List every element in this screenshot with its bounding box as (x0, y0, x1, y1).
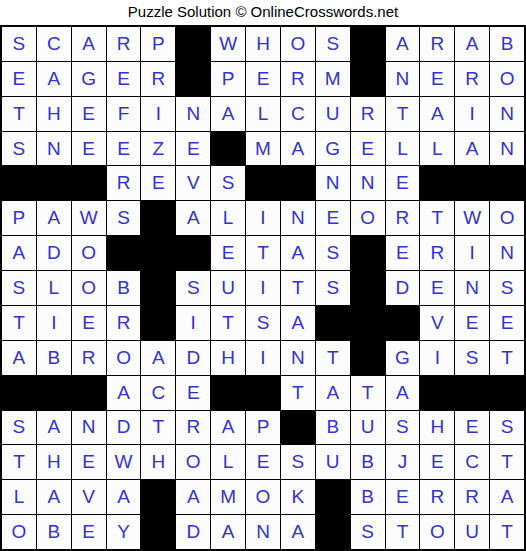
black-cell (37, 166, 71, 200)
letter-cell: V (420, 306, 454, 340)
letter-cell: T (490, 515, 524, 549)
letter-cell: A (281, 132, 315, 166)
letter-cell: H (246, 27, 280, 61)
letter-cell: W (211, 27, 245, 61)
black-cell (37, 376, 71, 410)
letter-cell: E (141, 166, 175, 200)
letter-cell: A (37, 62, 71, 96)
letter-cell: R (351, 97, 385, 131)
letter-cell: O (2, 515, 36, 549)
letter-cell: A (107, 480, 141, 514)
black-cell (351, 341, 385, 375)
black-cell (141, 201, 175, 235)
letter-cell: I (455, 97, 489, 131)
letter-cell: R (141, 62, 175, 96)
letter-cell: O (420, 515, 454, 549)
letter-cell: R (386, 201, 420, 235)
black-cell (316, 306, 350, 340)
letter-cell: N (351, 166, 385, 200)
letter-cell: H (141, 445, 175, 479)
letter-cell: A (281, 236, 315, 270)
letter-cell: L (386, 132, 420, 166)
letter-cell: T (281, 376, 315, 410)
letter-cell: T (386, 515, 420, 549)
letter-cell: E (107, 62, 141, 96)
letter-cell: V (176, 166, 210, 200)
letter-cell: A (420, 97, 454, 131)
letter-cell: V (72, 480, 106, 514)
black-cell (316, 480, 350, 514)
letter-cell: E (351, 132, 385, 166)
letter-cell: E (2, 62, 36, 96)
letter-cell: E (72, 132, 106, 166)
letter-cell: E (420, 445, 454, 479)
letter-cell: T (246, 236, 280, 270)
letter-cell: R (420, 27, 454, 61)
black-cell (420, 166, 454, 200)
letter-cell: O (490, 201, 524, 235)
letter-cell: T (490, 341, 524, 375)
letter-cell: O (72, 271, 106, 305)
letter-cell: U (316, 445, 350, 479)
letter-cell: A (211, 97, 245, 131)
black-cell (176, 62, 210, 96)
letter-cell: D (386, 271, 420, 305)
letter-cell: B (37, 341, 71, 375)
letter-cell: R (107, 306, 141, 340)
black-cell (246, 166, 280, 200)
letter-cell: A (2, 341, 36, 375)
letter-cell: E (455, 411, 489, 445)
black-cell (455, 376, 489, 410)
letter-cell: A (455, 27, 489, 61)
letter-cell: D (37, 236, 71, 270)
letter-cell: I (455, 236, 489, 270)
letter-cell: H (211, 341, 245, 375)
letter-cell: B (316, 411, 350, 445)
letter-cell: B (351, 445, 385, 479)
letter-cell: Z (141, 132, 175, 166)
letter-cell: B (37, 515, 71, 549)
letter-cell: A (316, 376, 350, 410)
letter-cell: S (490, 271, 524, 305)
letter-cell: T (420, 201, 454, 235)
letter-cell: O (490, 62, 524, 96)
letter-cell: E (386, 480, 420, 514)
letter-cell: T (2, 445, 36, 479)
letter-cell: A (455, 132, 489, 166)
letter-cell: N (37, 132, 71, 166)
letter-cell: R (455, 62, 489, 96)
letter-cell: T (281, 271, 315, 305)
letter-cell: N (386, 62, 420, 96)
letter-cell: N (246, 515, 280, 549)
letter-cell: U (316, 97, 350, 131)
letter-cell: G (72, 62, 106, 96)
letter-cell: A (490, 480, 524, 514)
black-cell (351, 236, 385, 270)
letter-cell: M (211, 480, 245, 514)
letter-cell: R (176, 411, 210, 445)
letter-cell: R (72, 341, 106, 375)
black-cell (141, 236, 175, 270)
letter-cell: D (176, 515, 210, 549)
black-cell (141, 515, 175, 549)
letter-cell: J (386, 445, 420, 479)
letter-cell: A (2, 236, 36, 270)
letter-cell: T (386, 97, 420, 131)
black-cell (72, 376, 106, 410)
letter-cell: N (490, 97, 524, 131)
letter-cell: P (2, 201, 36, 235)
letter-cell: H (37, 97, 71, 131)
letter-cell: A (107, 376, 141, 410)
letter-cell: U (351, 411, 385, 445)
letter-cell: T (316, 341, 350, 375)
letter-cell: S (316, 271, 350, 305)
letter-cell: L (37, 271, 71, 305)
black-cell (316, 515, 350, 549)
letter-cell: Y (107, 515, 141, 549)
letter-cell: E (211, 236, 245, 270)
black-cell (141, 306, 175, 340)
letter-cell: M (316, 62, 350, 96)
letter-cell: B (351, 480, 385, 514)
letter-cell: E (176, 132, 210, 166)
letter-cell: O (72, 236, 106, 270)
black-cell (2, 376, 36, 410)
black-cell (281, 166, 315, 200)
letter-cell: R (281, 62, 315, 96)
letter-cell: A (141, 341, 175, 375)
letter-cell: H (37, 445, 71, 479)
letter-cell: A (176, 201, 210, 235)
letter-cell: S (316, 236, 350, 270)
letter-cell: E (107, 132, 141, 166)
black-cell (490, 166, 524, 200)
black-cell (455, 166, 489, 200)
letter-cell: E (176, 376, 210, 410)
black-cell (211, 376, 245, 410)
letter-cell: T (2, 97, 36, 131)
black-cell (2, 166, 36, 200)
letter-cell: H (420, 411, 454, 445)
letter-cell: S (2, 27, 36, 61)
letter-cell: E (246, 445, 280, 479)
letter-cell: A (281, 306, 315, 340)
letter-cell: S (490, 411, 524, 445)
letter-cell: A (37, 480, 71, 514)
letter-cell: P (141, 27, 175, 61)
letter-cell: S (211, 166, 245, 200)
letter-cell: N (490, 132, 524, 166)
letter-cell: I (141, 97, 175, 131)
letter-cell: E (420, 62, 454, 96)
letter-cell: M (246, 132, 280, 166)
letter-cell: S (386, 411, 420, 445)
letter-cell: D (107, 411, 141, 445)
letter-cell: N (490, 236, 524, 270)
black-cell (351, 271, 385, 305)
black-cell (107, 236, 141, 270)
black-cell (176, 27, 210, 61)
letter-cell: T (211, 306, 245, 340)
letter-cell: A (281, 515, 315, 549)
letter-cell: N (455, 271, 489, 305)
letter-cell: R (107, 27, 141, 61)
letter-cell: I (246, 201, 280, 235)
letter-cell: K (281, 480, 315, 514)
letter-cell: T (351, 376, 385, 410)
letter-cell: A (386, 376, 420, 410)
letter-cell: A (386, 27, 420, 61)
letter-cell: E (72, 97, 106, 131)
letter-cell: U (211, 271, 245, 305)
letter-cell: E (386, 236, 420, 270)
letter-cell: T (2, 306, 36, 340)
letter-cell: T (141, 411, 175, 445)
letter-cell: R (455, 480, 489, 514)
letter-cell: L (211, 201, 245, 235)
letter-cell: R (420, 236, 454, 270)
letter-cell: E (72, 306, 106, 340)
letter-cell: S (2, 271, 36, 305)
letter-cell: A (211, 515, 245, 549)
letter-cell: C (455, 445, 489, 479)
letter-cell: W (72, 201, 106, 235)
letter-cell: I (420, 341, 454, 375)
letter-cell: D (176, 341, 210, 375)
letter-cell: G (316, 132, 350, 166)
letter-cell: S (246, 306, 280, 340)
letter-cell: U (455, 515, 489, 549)
letter-cell: I (246, 271, 280, 305)
letter-cell: L (211, 445, 245, 479)
letter-cell: O (351, 201, 385, 235)
black-cell (351, 62, 385, 96)
letter-cell: O (107, 341, 141, 375)
black-cell (246, 376, 280, 410)
letter-cell: E (420, 271, 454, 305)
letter-cell: I (246, 341, 280, 375)
letter-cell: S (281, 445, 315, 479)
letter-cell: O (281, 27, 315, 61)
letter-cell: B (107, 271, 141, 305)
letter-cell: I (37, 306, 71, 340)
crossword-grid: SCARPWHOSARABEAGERPERMNEROTHEFINALCURTAI… (0, 25, 526, 551)
letter-cell: E (72, 515, 106, 549)
letter-cell: E (246, 62, 280, 96)
letter-cell: N (316, 166, 350, 200)
puzzle-title: Puzzle Solution © OnlineCrosswords.net (0, 0, 526, 25)
letter-cell: B (490, 27, 524, 61)
black-cell (490, 376, 524, 410)
letter-cell: L (2, 480, 36, 514)
letter-cell: C (141, 376, 175, 410)
letter-cell: L (420, 132, 454, 166)
letter-cell: C (37, 27, 71, 61)
letter-cell: E (455, 306, 489, 340)
letter-cell: R (107, 166, 141, 200)
letter-cell: E (316, 201, 350, 235)
letter-cell: N (176, 97, 210, 131)
letter-cell: A (72, 27, 106, 61)
letter-cell: S (2, 132, 36, 166)
letter-cell: E (386, 166, 420, 200)
black-cell (211, 132, 245, 166)
black-cell (141, 271, 175, 305)
letter-cell: S (2, 411, 36, 445)
black-cell (351, 27, 385, 61)
letter-cell: S (351, 515, 385, 549)
letter-cell: W (107, 445, 141, 479)
letter-cell: E (72, 445, 106, 479)
letter-cell: G (386, 341, 420, 375)
letter-cell: C (281, 97, 315, 131)
letter-cell: F (107, 97, 141, 131)
letter-cell: S (107, 201, 141, 235)
letter-cell: N (281, 341, 315, 375)
black-cell (72, 166, 106, 200)
letter-cell: A (37, 201, 71, 235)
letter-cell: T (490, 445, 524, 479)
letter-cell: L (246, 97, 280, 131)
black-cell (351, 306, 385, 340)
letter-cell: N (72, 411, 106, 445)
letter-cell: A (211, 411, 245, 445)
black-cell (176, 236, 210, 270)
letter-cell: A (37, 411, 71, 445)
black-cell (386, 306, 420, 340)
black-cell (420, 376, 454, 410)
black-cell (281, 411, 315, 445)
letter-cell: E (490, 306, 524, 340)
puzzle-solution-page: Puzzle Solution © OnlineCrosswords.net S… (0, 0, 526, 551)
letter-cell: O (246, 480, 280, 514)
letter-cell: P (246, 411, 280, 445)
letter-cell: S (176, 271, 210, 305)
letter-cell: A (176, 480, 210, 514)
letter-cell: I (176, 306, 210, 340)
letter-cell: S (316, 27, 350, 61)
letter-cell: P (211, 62, 245, 96)
letter-cell: N (281, 201, 315, 235)
letter-cell: W (455, 201, 489, 235)
letter-cell: O (176, 445, 210, 479)
black-cell (141, 480, 175, 514)
letter-cell: R (420, 480, 454, 514)
letter-cell: S (455, 341, 489, 375)
